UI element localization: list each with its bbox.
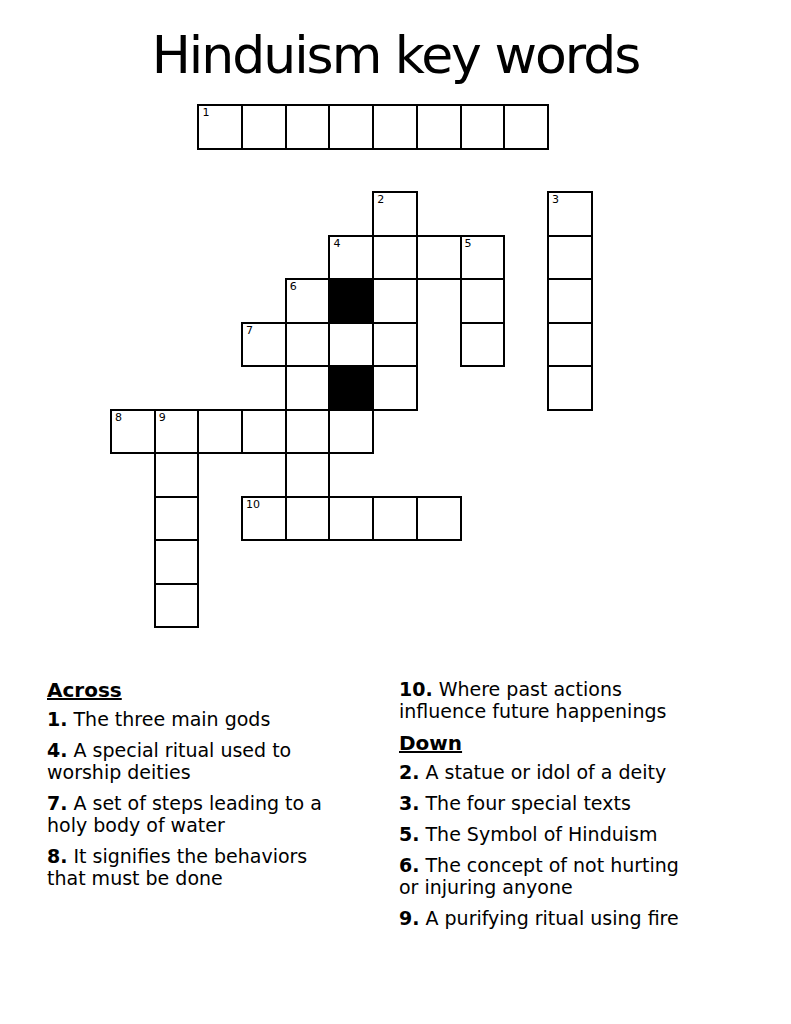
clue-number: 7. (47, 792, 67, 814)
grid-cell[interactable] (417, 497, 461, 541)
grid-cell[interactable]: 6 (286, 279, 330, 323)
clue-item-4: 4. A special ritual used toworship deiti… (47, 739, 392, 783)
cell-clue-number: 8 (115, 411, 122, 424)
grid-cell[interactable] (286, 497, 330, 541)
cell-clue-number: 4 (333, 237, 340, 250)
grid-cell[interactable]: 1 (198, 105, 242, 149)
clue-text-line: influence future happenings (399, 700, 666, 722)
grid-cell[interactable] (329, 105, 373, 149)
clue-text-line: worship deities (47, 761, 191, 783)
clue-number: 10. (399, 678, 433, 700)
clue-text-line: It signifies the behaviors (67, 845, 307, 867)
grid-cell[interactable]: 3 (548, 192, 592, 236)
grid-cell[interactable] (548, 366, 592, 410)
grid-cell[interactable]: 7 (242, 323, 286, 367)
clue-text-line: The four special texts (419, 792, 630, 814)
cell-clue-number: 7 (246, 324, 253, 337)
clue-text-line: Where past actions (433, 678, 622, 700)
page-title: Hinduism key words (0, 26, 791, 86)
clue-item-3: 3. The four special texts (399, 792, 769, 814)
grid-cell[interactable] (373, 236, 417, 280)
grid-cell[interactable]: 4 (329, 236, 373, 280)
grid-cell[interactable]: 5 (461, 236, 505, 280)
clue-item-1: 1. The three main gods (47, 708, 392, 730)
clue-number: 4. (47, 739, 67, 761)
grid-cell[interactable] (242, 105, 286, 149)
grid-cell[interactable] (155, 453, 199, 497)
grid-cell[interactable] (155, 584, 199, 628)
clue-number: 8. (47, 845, 67, 867)
grid-cell[interactable] (373, 323, 417, 367)
grid-cell[interactable] (461, 323, 505, 367)
grid-cell[interactable]: 10 (242, 497, 286, 541)
clue-text-line: holy body of water (47, 814, 225, 836)
clue-text-line: The concept of not hurting (419, 854, 678, 876)
grid-cell[interactable]: 9 (155, 410, 199, 454)
cell-clue-number: 2 (377, 193, 384, 206)
grid-cell[interactable] (417, 236, 461, 280)
cell-clue-number: 9 (159, 411, 166, 424)
clue-text-line: that must be done (47, 867, 223, 889)
clue-text-line: A statue or idol of a deity (419, 761, 666, 783)
clue-number: 5. (399, 823, 419, 845)
across-heading: Across (47, 678, 392, 702)
clue-item-7: 7. A set of steps leading to aholy body … (47, 792, 392, 836)
cell-clue-number: 3 (552, 193, 559, 206)
grid-cell[interactable] (417, 105, 461, 149)
grid-cell[interactable] (373, 497, 417, 541)
grid-cell[interactable] (286, 453, 330, 497)
cell-clue-number: 6 (290, 280, 297, 293)
clue-number: 1. (47, 708, 67, 730)
grid-cell[interactable] (329, 323, 373, 367)
cell-clue-number: 1 (202, 106, 209, 119)
clue-text-line: The three main gods (67, 708, 270, 730)
clue-item-5: 5. The Symbol of Hinduism (399, 823, 769, 845)
clue-text-line: A special ritual used to (67, 739, 291, 761)
clue-item-10: 10. Where past actionsinfluence future h… (399, 678, 769, 722)
clue-item-8: 8. It signifies the behaviorsthat must b… (47, 845, 392, 889)
clue-text-line: The Symbol of Hinduism (419, 823, 657, 845)
clue-number: 9. (399, 907, 419, 929)
grid-cell[interactable] (155, 540, 199, 584)
grid-cell[interactable] (548, 323, 592, 367)
grid-cell[interactable] (198, 410, 242, 454)
black-cell (329, 366, 373, 410)
grid-cell[interactable] (373, 105, 417, 149)
grid-cell[interactable] (286, 366, 330, 410)
grid-cell[interactable] (286, 410, 330, 454)
clue-text-line: A purifying ritual using fire (419, 907, 678, 929)
worksheet-page: Hinduism key words 12345678910 Across1. … (0, 0, 791, 1024)
grid-cell[interactable] (461, 105, 505, 149)
grid-cell[interactable] (548, 279, 592, 323)
grid-cell[interactable]: 2 (373, 192, 417, 236)
clue-item-9: 9. A purifying ritual using fire (399, 907, 769, 929)
clues-column-left: Across1. The three main gods4. A special… (47, 678, 392, 898)
grid-cell[interactable] (329, 410, 373, 454)
clue-item-2: 2. A statue or idol of a deity (399, 761, 769, 783)
clue-number: 2. (399, 761, 419, 783)
black-cell (329, 279, 373, 323)
grid-cell[interactable] (242, 410, 286, 454)
grid-cell[interactable] (548, 236, 592, 280)
grid-cell[interactable] (155, 497, 199, 541)
clue-text-line: A set of steps leading to a (67, 792, 321, 814)
cell-clue-number: 5 (465, 237, 472, 250)
clues-column-right: 10. Where past actionsinfluence future h… (399, 678, 769, 938)
clue-number: 3. (399, 792, 419, 814)
grid-cell[interactable]: 8 (111, 410, 155, 454)
grid-cell[interactable] (504, 105, 548, 149)
clue-item-6: 6. The concept of not hurtingor injuring… (399, 854, 769, 898)
grid-cell[interactable] (286, 105, 330, 149)
down-heading: Down (399, 731, 769, 755)
grid-cell[interactable] (373, 279, 417, 323)
cell-clue-number: 10 (246, 498, 260, 511)
clue-text-line: or injuring anyone (399, 876, 573, 898)
clue-number: 6. (399, 854, 419, 876)
grid-cell[interactable] (286, 323, 330, 367)
grid-cell[interactable] (329, 497, 373, 541)
grid-cell[interactable] (461, 279, 505, 323)
grid-cell[interactable] (373, 366, 417, 410)
crossword-grid: 12345678910 (111, 105, 592, 627)
